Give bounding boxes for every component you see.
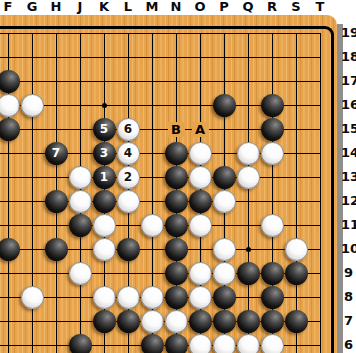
column-label-P: P bbox=[216, 0, 232, 14]
stone-white-R6[interactable] bbox=[261, 334, 284, 353]
stone-black-P7[interactable] bbox=[213, 310, 236, 333]
row-label-19: 19 bbox=[341, 24, 356, 41]
stone-black-H10[interactable] bbox=[45, 238, 68, 261]
column-label-M: M bbox=[144, 0, 160, 14]
stone-black-N14[interactable] bbox=[165, 142, 188, 165]
stone-white-Q6[interactable] bbox=[237, 334, 260, 353]
stone-white-K11[interactable] bbox=[93, 214, 116, 237]
move-number-6: 6 bbox=[124, 122, 132, 136]
column-label-G: G bbox=[24, 0, 40, 14]
column-label-F: F bbox=[0, 0, 16, 14]
stone-black-R7[interactable] bbox=[261, 310, 284, 333]
stone-black-R9[interactable] bbox=[261, 262, 284, 285]
stone-white-J9[interactable] bbox=[69, 262, 92, 285]
row-label-18: 18 bbox=[341, 48, 356, 65]
stone-white-N7[interactable] bbox=[165, 310, 188, 333]
grid-line-row-18 bbox=[0, 57, 321, 58]
stone-white-R11[interactable] bbox=[261, 214, 284, 237]
column-label-H: H bbox=[48, 0, 64, 14]
row-label-17: 17 bbox=[341, 72, 356, 89]
stone-black-K15[interactable]: 5 bbox=[93, 118, 116, 141]
stone-white-G8[interactable] bbox=[21, 286, 44, 309]
stone-black-N11[interactable] bbox=[165, 214, 188, 237]
stone-white-P9[interactable] bbox=[213, 262, 236, 285]
stone-black-F10[interactable] bbox=[0, 238, 20, 261]
stone-black-L10[interactable] bbox=[117, 238, 140, 261]
stone-black-N12[interactable] bbox=[165, 190, 188, 213]
stone-white-O9[interactable] bbox=[189, 262, 212, 285]
stone-white-M8[interactable] bbox=[141, 286, 164, 309]
stone-white-O11[interactable] bbox=[189, 214, 212, 237]
row-label-15: 15 bbox=[341, 120, 356, 137]
move-number-4: 4 bbox=[124, 146, 132, 160]
row-label-6: 6 bbox=[341, 336, 356, 353]
column-label-T: T bbox=[312, 0, 328, 14]
stone-white-M7[interactable] bbox=[141, 310, 164, 333]
stone-white-L12[interactable] bbox=[117, 190, 140, 213]
column-label-J: J bbox=[72, 0, 88, 14]
stone-black-H14[interactable]: 7 bbox=[45, 142, 68, 165]
stone-black-S9[interactable] bbox=[285, 262, 308, 285]
stone-black-F17[interactable] bbox=[0, 70, 20, 93]
column-label-S: S bbox=[288, 0, 304, 14]
move-number-2: 2 bbox=[124, 170, 132, 184]
stone-white-O8[interactable] bbox=[189, 286, 212, 309]
row-label-13: 13 bbox=[341, 168, 356, 185]
row-label-9: 9 bbox=[341, 264, 356, 281]
row-label-11: 11 bbox=[341, 216, 356, 233]
stone-black-N9[interactable] bbox=[165, 262, 188, 285]
stone-black-P8[interactable] bbox=[213, 286, 236, 309]
column-label-N: N bbox=[168, 0, 184, 14]
star-point-K16 bbox=[102, 103, 107, 108]
grid-line-row-19 bbox=[0, 33, 321, 34]
stone-black-F15[interactable] bbox=[0, 118, 20, 141]
column-label-O: O bbox=[192, 0, 208, 14]
star-point-Q10 bbox=[246, 247, 251, 252]
grid-line-row-17 bbox=[0, 81, 321, 82]
column-label-K: K bbox=[96, 0, 112, 14]
stone-white-K8[interactable] bbox=[93, 286, 116, 309]
stone-black-R16[interactable] bbox=[261, 94, 284, 117]
stone-black-K14[interactable]: 3 bbox=[93, 142, 116, 165]
column-label-L: L bbox=[120, 0, 136, 14]
stone-white-L8[interactable] bbox=[117, 286, 140, 309]
stone-white-F16[interactable] bbox=[0, 94, 20, 117]
stone-white-J13[interactable] bbox=[69, 166, 92, 189]
row-label-14: 14 bbox=[341, 144, 356, 161]
grid-line-row-13 bbox=[0, 177, 321, 178]
stone-white-O14[interactable] bbox=[189, 142, 212, 165]
stone-white-P6[interactable] bbox=[213, 334, 236, 353]
column-label-Q: Q bbox=[240, 0, 256, 14]
stone-black-O7[interactable] bbox=[189, 310, 212, 333]
stone-black-Q9[interactable] bbox=[237, 262, 260, 285]
stone-black-R15[interactable] bbox=[261, 118, 284, 141]
stone-white-Q14[interactable] bbox=[237, 142, 260, 165]
move-number-3: 3 bbox=[100, 146, 108, 160]
stone-black-K7[interactable] bbox=[93, 310, 116, 333]
stone-white-K10[interactable] bbox=[93, 238, 116, 261]
stone-black-J11[interactable] bbox=[69, 214, 92, 237]
stone-white-G16[interactable] bbox=[21, 94, 44, 117]
row-label-7: 7 bbox=[341, 312, 356, 329]
stone-white-L14[interactable]: 4 bbox=[117, 142, 140, 165]
go-board-diagram: FGHJKLMNOPQRST 191817161514131211109876 … bbox=[0, 0, 356, 353]
stone-white-P12[interactable] bbox=[213, 190, 236, 213]
stone-white-O6[interactable] bbox=[189, 334, 212, 353]
stone-white-L13[interactable]: 2 bbox=[117, 166, 140, 189]
stone-black-Q7[interactable] bbox=[237, 310, 260, 333]
stone-black-O12[interactable] bbox=[189, 190, 212, 213]
row-label-10: 10 bbox=[341, 240, 356, 257]
stone-black-N8[interactable] bbox=[165, 286, 188, 309]
stone-black-N6[interactable] bbox=[165, 334, 188, 353]
stone-white-P10[interactable] bbox=[213, 238, 236, 261]
stone-white-R14[interactable] bbox=[261, 142, 284, 165]
move-number-7: 7 bbox=[52, 146, 60, 160]
letter-label-A[interactable]: A bbox=[192, 122, 209, 137]
stone-black-P13[interactable] bbox=[213, 166, 236, 189]
stone-white-S10[interactable] bbox=[285, 238, 308, 261]
letter-label-B[interactable]: B bbox=[168, 122, 185, 137]
stone-black-S7[interactable] bbox=[285, 310, 308, 333]
stone-black-M6[interactable] bbox=[141, 334, 164, 353]
stone-white-J12[interactable] bbox=[69, 190, 92, 213]
stone-white-L15[interactable]: 6 bbox=[117, 118, 140, 141]
stone-white-M11[interactable] bbox=[141, 214, 164, 237]
row-label-8: 8 bbox=[341, 288, 356, 305]
row-label-16: 16 bbox=[341, 96, 356, 113]
stone-black-P16[interactable] bbox=[213, 94, 236, 117]
row-label-12: 12 bbox=[341, 192, 356, 209]
stone-black-J6[interactable] bbox=[69, 334, 92, 353]
stone-black-N13[interactable] bbox=[165, 166, 188, 189]
stone-black-R8[interactable] bbox=[261, 286, 284, 309]
stone-black-L7[interactable] bbox=[117, 310, 140, 333]
column-label-R: R bbox=[264, 0, 280, 14]
move-number-1: 1 bbox=[100, 170, 108, 184]
stone-black-H12[interactable] bbox=[45, 190, 68, 213]
stone-black-K13[interactable]: 1 bbox=[93, 166, 116, 189]
stone-black-N10[interactable] bbox=[165, 238, 188, 261]
stone-white-Q13[interactable] bbox=[237, 166, 260, 189]
move-number-5: 5 bbox=[100, 122, 108, 136]
stone-white-O13[interactable] bbox=[189, 166, 212, 189]
stone-black-K12[interactable] bbox=[93, 190, 116, 213]
